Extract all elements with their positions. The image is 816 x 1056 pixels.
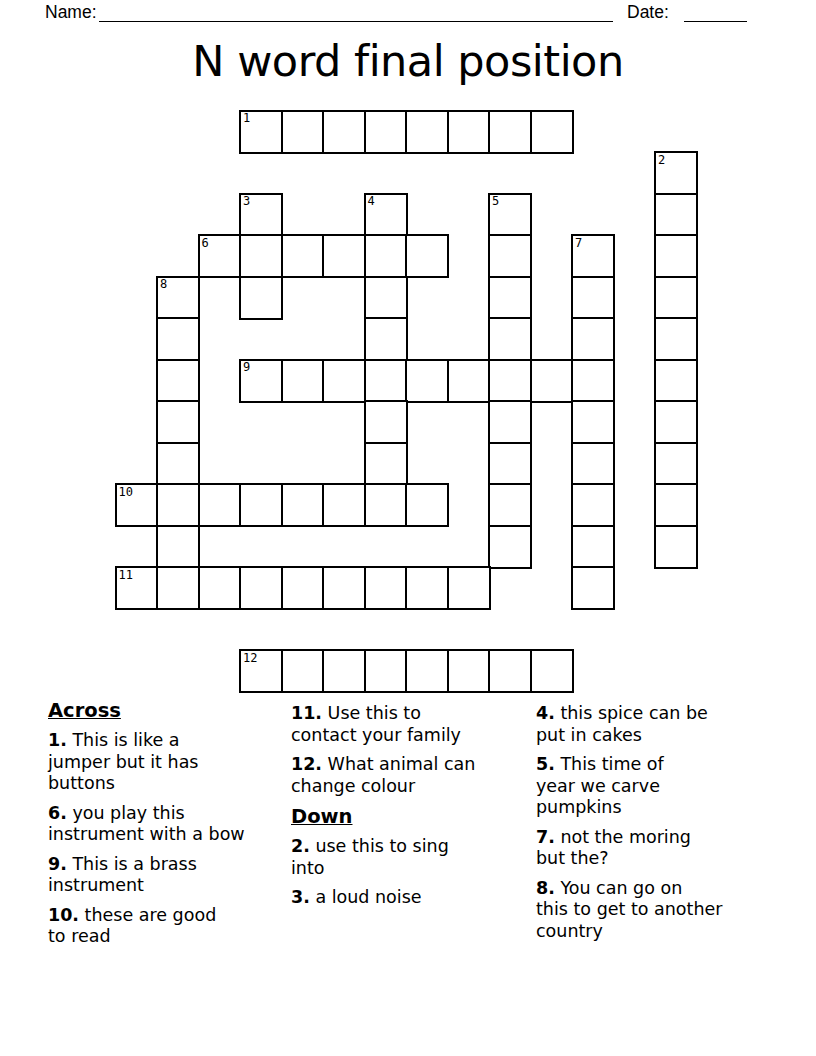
name-label: Name: — [45, 2, 97, 23]
grid-cell[interactable] — [488, 359, 532, 403]
grid-cell[interactable] — [405, 234, 449, 278]
grid-cell[interactable] — [488, 276, 532, 320]
grid-cell[interactable] — [156, 483, 200, 527]
grid-cell[interactable] — [571, 359, 615, 403]
clue-item-across-12: 12. What animal can change colour — [291, 754, 531, 797]
grid-cell[interactable] — [364, 566, 408, 610]
grid-cell[interactable]: 7 — [571, 234, 615, 278]
down-heading: Down — [291, 805, 531, 829]
clue-item-across-9: 9. This is a brass instrument — [48, 854, 298, 897]
clues-col-1: Across1. This is like a jumper but it ha… — [48, 699, 298, 956]
grid-cell[interactable] — [654, 234, 698, 278]
grid-cell[interactable] — [364, 317, 408, 361]
clue-number: 10 — [119, 486, 133, 498]
grid-cell[interactable]: 4 — [364, 193, 408, 237]
grid-cell[interactable] — [654, 400, 698, 444]
grid-cell[interactable] — [156, 525, 200, 569]
grid-cell[interactable] — [239, 276, 283, 320]
grid-cell[interactable] — [447, 359, 491, 403]
grid-cell[interactable] — [281, 359, 325, 403]
grid-cell[interactable] — [156, 400, 200, 444]
worksheet-page: { "header": { "name_label": "Name:", "da… — [0, 0, 816, 1056]
clue-number: 5 — [492, 195, 499, 207]
clues-col-3: 4. this spice can be put in cakes5. This… — [536, 703, 786, 950]
clue-number: 9 — [243, 361, 250, 373]
grid-cell[interactable] — [239, 566, 283, 610]
grid-cell[interactable] — [405, 483, 449, 527]
grid-cell[interactable] — [364, 110, 408, 154]
grid-cell[interactable] — [447, 566, 491, 610]
grid-cell[interactable] — [654, 442, 698, 486]
clue-num-label: 8. — [536, 878, 555, 898]
grid-cell[interactable] — [571, 276, 615, 320]
grid-cell[interactable] — [405, 110, 449, 154]
grid-cell[interactable] — [488, 317, 532, 361]
clue-text: not the moring but the? — [536, 827, 691, 869]
grid-cell[interactable] — [364, 442, 408, 486]
clue-text: This time of year we carve pumpkins — [536, 754, 664, 817]
grid-cell[interactable] — [654, 359, 698, 403]
grid-cell[interactable] — [364, 483, 408, 527]
grid-cell[interactable]: 9 — [239, 359, 283, 403]
clue-text: This is like a jumper but it has buttons — [48, 730, 198, 793]
name-blank[interactable] — [99, 2, 613, 22]
grid-cell[interactable]: 3 — [239, 193, 283, 237]
grid-cell[interactable] — [156, 566, 200, 610]
grid-cell[interactable]: 12 — [239, 649, 283, 693]
clue-text: You can go on this to get to another cou… — [536, 878, 723, 941]
page-title: N word final position — [0, 36, 816, 86]
grid-cell[interactable] — [447, 649, 491, 693]
grid-cell[interactable] — [571, 525, 615, 569]
grid-cell[interactable] — [571, 400, 615, 444]
grid-cell[interactable] — [281, 566, 325, 610]
grid-cell[interactable] — [654, 276, 698, 320]
grid-cell[interactable] — [654, 193, 698, 237]
grid-cell[interactable] — [322, 649, 366, 693]
grid-cell[interactable] — [571, 566, 615, 610]
grid-cell[interactable] — [488, 525, 532, 569]
grid-cell[interactable] — [530, 110, 574, 154]
clue-num-label: 4. — [536, 703, 555, 723]
grid-cell[interactable] — [322, 234, 366, 278]
grid-cell[interactable]: 10 — [115, 483, 159, 527]
grid-cell[interactable] — [488, 649, 532, 693]
clue-num-label: 3. — [291, 887, 310, 907]
grid-cell[interactable] — [156, 442, 200, 486]
grid-cell[interactable] — [654, 483, 698, 527]
clue-number: 11 — [119, 569, 133, 581]
grid-cell[interactable] — [156, 359, 200, 403]
grid-cell[interactable] — [281, 649, 325, 693]
grid-cell[interactable] — [198, 566, 242, 610]
crossword-grid: 123456789101112 — [116, 111, 698, 693]
grid-cell[interactable] — [405, 359, 449, 403]
clue-item-across-1: 1. This is like a jumper but it has butt… — [48, 730, 298, 795]
grid-cell[interactable] — [364, 276, 408, 320]
grid-cell[interactable] — [654, 317, 698, 361]
clue-number: 6 — [202, 237, 209, 249]
grid-cell[interactable] — [239, 483, 283, 527]
clue-text: a loud noise — [310, 887, 422, 907]
grid-cell[interactable] — [156, 317, 200, 361]
clue-text: use this to sing into — [291, 836, 449, 878]
clue-item-down-8: 8. You can go on this to get to another … — [536, 878, 786, 943]
grid-cell[interactable] — [654, 525, 698, 569]
clue-number: 1 — [243, 112, 250, 124]
grid-cell[interactable]: 11 — [115, 566, 159, 610]
grid-cell[interactable] — [281, 110, 325, 154]
clue-item-across-11: 11. Use this to contact your family — [291, 703, 531, 746]
grid-cell[interactable] — [281, 234, 325, 278]
clue-number: 7 — [575, 237, 582, 249]
date-blank[interactable] — [684, 2, 747, 22]
clue-number: 8 — [160, 278, 167, 290]
across-heading: Across — [48, 699, 298, 723]
clue-num-label: 2. — [291, 836, 310, 856]
clue-text: This is a brass instrument — [48, 854, 197, 896]
clue-num-label: 11. — [291, 703, 322, 723]
grid-cell[interactable] — [364, 234, 408, 278]
grid-cell[interactable]: 2 — [654, 151, 698, 195]
clue-num-label: 7. — [536, 827, 555, 847]
grid-cell[interactable]: 6 — [198, 234, 242, 278]
grid-cell[interactable] — [405, 566, 449, 610]
grid-cell[interactable] — [239, 234, 283, 278]
grid-cell[interactable] — [281, 483, 325, 527]
clue-num-label: 12. — [291, 754, 322, 774]
grid-cell[interactable] — [571, 317, 615, 361]
grid-cell[interactable] — [322, 110, 366, 154]
clue-num-label: 9. — [48, 854, 67, 874]
grid-cell[interactable]: 8 — [156, 276, 200, 320]
grid-cell[interactable] — [405, 649, 449, 693]
grid-cell[interactable] — [364, 400, 408, 444]
grid-cell[interactable] — [530, 359, 574, 403]
clue-number: 3 — [243, 195, 250, 207]
clue-item-down-2: 2. use this to sing into — [291, 836, 531, 879]
grid-cell[interactable] — [364, 649, 408, 693]
grid-cell[interactable] — [488, 483, 532, 527]
grid-cell[interactable] — [322, 566, 366, 610]
clue-item-across-6: 6. you play this instrument with a bow — [48, 803, 298, 846]
clues-col-2: 11. Use this to contact your family12. W… — [291, 703, 531, 917]
grid-cell[interactable]: 1 — [239, 110, 283, 154]
grid-cell[interactable] — [322, 483, 366, 527]
clue-text: this spice can be put in cakes — [536, 703, 708, 745]
clue-num-label: 10. — [48, 905, 79, 925]
clue-text: you play this instrument with a bow — [48, 803, 245, 845]
clue-num-label: 5. — [536, 754, 555, 774]
clue-number: 12 — [243, 652, 257, 664]
date-label: Date: — [627, 2, 669, 23]
grid-cell[interactable] — [198, 483, 242, 527]
grid-cell[interactable]: 5 — [488, 193, 532, 237]
clue-item-down-3: 3. a loud noise — [291, 887, 531, 909]
grid-cell[interactable] — [571, 483, 615, 527]
clue-num-label: 1. — [48, 730, 67, 750]
clue-num-label: 6. — [48, 803, 67, 823]
clue-number: 4 — [368, 195, 375, 207]
grid-cell[interactable] — [488, 400, 532, 444]
clue-number: 2 — [658, 154, 665, 166]
grid-cell[interactable] — [530, 649, 574, 693]
grid-cell[interactable] — [447, 110, 491, 154]
clue-item-down-5: 5. This time of year we carve pumpkins — [536, 754, 786, 819]
clue-item-down-4: 4. this spice can be put in cakes — [536, 703, 786, 746]
clue-item-across-10: 10. these are good to read — [48, 905, 298, 948]
grid-cell[interactable] — [364, 359, 408, 403]
grid-cell[interactable] — [571, 442, 615, 486]
grid-cell[interactable] — [322, 359, 366, 403]
grid-cell[interactable] — [488, 110, 532, 154]
grid-cell[interactable] — [488, 442, 532, 486]
clue-item-down-7: 7. not the moring but the? — [536, 827, 786, 870]
grid-cell[interactable] — [488, 234, 532, 278]
